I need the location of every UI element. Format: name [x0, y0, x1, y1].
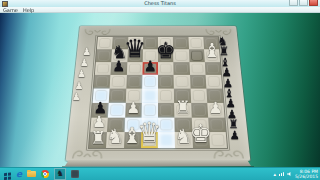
square-g3[interactable]: [191, 103, 208, 118]
menu-item-help[interactable]: Help: [23, 7, 34, 13]
square-f6[interactable]: [174, 62, 190, 75]
square-a7[interactable]: [96, 49, 112, 62]
square-a6[interactable]: [95, 62, 112, 75]
system-tray: ▴ 8:06 PM 5/26/2015: [273, 169, 320, 179]
square-g8[interactable]: [188, 37, 204, 49]
rim-ornament-icon: [70, 147, 105, 161]
square-e3[interactable]: [158, 103, 175, 118]
square-d4[interactable]: [142, 89, 158, 103]
square-f7[interactable]: [173, 49, 189, 62]
square-f8[interactable]: [173, 37, 189, 49]
square-g4[interactable]: [190, 89, 207, 103]
square-c5[interactable]: [126, 75, 142, 89]
chess-titans-taskbar-icon[interactable]: ♞: [54, 168, 66, 180]
square-c4[interactable]: [125, 89, 142, 103]
square-b4[interactable]: [109, 89, 126, 103]
square-d6[interactable]: [142, 62, 158, 75]
square-h6[interactable]: [205, 62, 222, 75]
square-h3[interactable]: [207, 103, 225, 118]
square-g1[interactable]: [192, 132, 210, 148]
square-c3[interactable]: [125, 103, 142, 118]
square-b5[interactable]: [110, 75, 127, 89]
square-d8[interactable]: [143, 37, 158, 49]
clock-date: 5/26/2015: [295, 174, 318, 179]
square-e8[interactable]: [158, 37, 173, 49]
square-a2[interactable]: [90, 117, 108, 132]
square-b6[interactable]: [111, 62, 127, 75]
square-d3[interactable]: [141, 103, 158, 118]
rim-ornament-icon: [211, 147, 246, 161]
square-g5[interactable]: [190, 75, 207, 89]
square-c2[interactable]: [124, 117, 141, 132]
maximize-button[interactable]: [299, 0, 308, 6]
show-hidden-icons-icon[interactable]: ▴: [273, 172, 276, 177]
screen: Chess Titans Game Help ♞♛♚♝♟♟♟♟♜♟♟♜♞♝♛♞♚…: [0, 0, 320, 180]
minimize-button[interactable]: [289, 0, 298, 6]
windows-logo-icon: [4, 172, 7, 175]
square-a4[interactable]: [93, 89, 110, 103]
board-grid: [89, 37, 227, 148]
network-icon[interactable]: [279, 172, 284, 176]
square-e6[interactable]: [158, 62, 174, 75]
square-f3[interactable]: [174, 103, 191, 118]
square-c7[interactable]: [127, 49, 143, 62]
square-h1[interactable]: [209, 132, 227, 148]
close-button[interactable]: [309, 0, 318, 6]
square-a5[interactable]: [94, 75, 111, 89]
volume-icon[interactable]: [287, 172, 292, 176]
menu-bar: Game Help: [0, 7, 320, 13]
chrome-icon[interactable]: [41, 170, 49, 178]
square-h5[interactable]: [205, 75, 222, 89]
square-e7[interactable]: [158, 49, 174, 62]
square-f4[interactable]: [174, 89, 191, 103]
square-e1[interactable]: [158, 132, 175, 148]
menu-item-game[interactable]: Game: [3, 7, 18, 13]
square-e2[interactable]: [158, 117, 175, 132]
square-h7[interactable]: [204, 49, 220, 62]
square-f1[interactable]: [175, 132, 193, 148]
square-b7[interactable]: [111, 49, 127, 62]
square-a3[interactable]: [91, 103, 109, 118]
board-front-edge: [65, 160, 251, 166]
square-f2[interactable]: [175, 117, 192, 132]
square-h8[interactable]: [203, 37, 219, 49]
square-b1[interactable]: [106, 132, 124, 148]
square-e4[interactable]: [158, 89, 174, 103]
square-c1[interactable]: [124, 132, 142, 148]
internet-explorer-icon[interactable]: e: [16, 170, 22, 179]
square-d2[interactable]: [141, 117, 158, 132]
square-b3[interactable]: [108, 103, 125, 118]
window-title: Chess Titans: [0, 0, 320, 7]
square-g7[interactable]: [189, 49, 205, 62]
square-e5[interactable]: [158, 75, 174, 89]
square-d5[interactable]: [142, 75, 158, 89]
taskbar: e ♞ ▴ 8:06 PM 5/26/2015: [0, 167, 320, 180]
square-g6[interactable]: [189, 62, 205, 75]
square-d1[interactable]: [141, 132, 158, 148]
square-a1[interactable]: [89, 132, 107, 148]
taskbar-clock[interactable]: 8:06 PM 5/26/2015: [295, 169, 318, 179]
square-h4[interactable]: [206, 89, 223, 103]
square-d7[interactable]: [142, 49, 158, 62]
square-c6[interactable]: [126, 62, 142, 75]
start-button[interactable]: [4, 173, 11, 176]
square-h2[interactable]: [208, 117, 226, 132]
square-g2[interactable]: [191, 117, 209, 132]
square-c8[interactable]: [127, 37, 143, 49]
square-b8[interactable]: [112, 37, 128, 49]
square-f5[interactable]: [174, 75, 190, 89]
knight-icon: ♞: [57, 169, 64, 179]
media-app-icon[interactable]: [71, 170, 79, 178]
file-explorer-icon[interactable]: [27, 171, 36, 177]
square-b2[interactable]: [107, 117, 125, 132]
square-a8[interactable]: [97, 37, 113, 49]
